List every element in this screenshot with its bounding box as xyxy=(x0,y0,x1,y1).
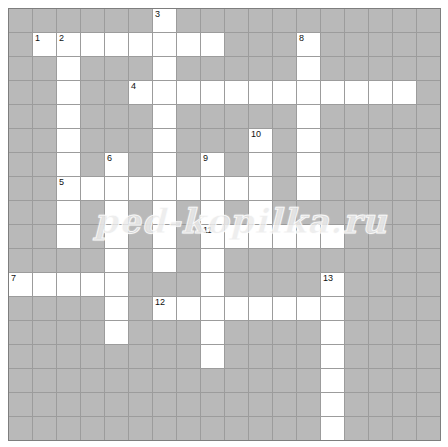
blocked-cell-r17-c6 xyxy=(129,393,152,416)
answer-cell-r13-c13[interactable] xyxy=(297,297,320,320)
blocked-cell-r4-c4 xyxy=(81,81,104,104)
answer-cell-r4-c13[interactable] xyxy=(297,81,320,104)
blocked-cell-r13-c2 xyxy=(33,297,56,320)
blocked-cell-r12-c12 xyxy=(273,273,296,296)
blocked-cell-r15-c17 xyxy=(393,345,416,368)
blocked-cell-r11-c14 xyxy=(321,249,344,272)
blocked-cell-r9-c13 xyxy=(297,201,320,224)
blocked-cell-r10-c18 xyxy=(417,225,440,248)
answer-cell-r4-c16[interactable] xyxy=(369,81,392,104)
answer-cell-r3-c13[interactable] xyxy=(297,57,320,80)
blocked-cell-r6-c15 xyxy=(345,129,368,152)
blocked-cell-r10-c15 xyxy=(345,225,368,248)
blocked-cell-r5-c11 xyxy=(249,105,272,128)
blocked-cell-r18-c7 xyxy=(153,417,176,440)
answer-cell-r12-c3[interactable] xyxy=(57,273,80,296)
blocked-cell-r8-c15 xyxy=(345,177,368,200)
answer-cell-r13-c5[interactable] xyxy=(105,297,128,320)
blocked-cell-r6-c8 xyxy=(177,129,200,152)
blocked-cell-r13-c17 xyxy=(393,297,416,320)
answer-cell-r11-c9[interactable] xyxy=(201,249,224,272)
answer-cell-r5-c7[interactable] xyxy=(153,105,176,128)
blocked-cell-r17-c18 xyxy=(417,393,440,416)
blocked-cell-r17-c9 xyxy=(201,393,224,416)
blocked-cell-r9-c10 xyxy=(225,201,248,224)
answer-cell-r8-c8[interactable] xyxy=(177,177,200,200)
blocked-cell-r16-c8 xyxy=(177,369,200,392)
blocked-cell-r14-c17 xyxy=(393,321,416,344)
answer-cell-r10-c11[interactable] xyxy=(249,225,272,248)
blocked-cell-r14-c11 xyxy=(249,321,272,344)
blocked-cell-r7-c12 xyxy=(273,153,296,176)
blocked-cell-r11-c8 xyxy=(177,249,200,272)
blocked-cell-r8-c18 xyxy=(417,177,440,200)
blocked-cell-r1-c4 xyxy=(81,9,104,32)
answer-cell-r12-c14[interactable]: 13 xyxy=(321,273,344,296)
answer-cell-r17-c14[interactable] xyxy=(321,393,344,416)
blocked-cell-r14-c10 xyxy=(225,321,248,344)
blocked-cell-r18-c18 xyxy=(417,417,440,440)
answer-cell-r12-c2[interactable] xyxy=(33,273,56,296)
blocked-cell-r15-c10 xyxy=(225,345,248,368)
blocked-cell-r15-c2 xyxy=(33,345,56,368)
blocked-cell-r16-c17 xyxy=(393,369,416,392)
answer-cell-r10-c10[interactable] xyxy=(225,225,248,248)
answer-cell-r13-c8[interactable] xyxy=(177,297,200,320)
blocked-cell-r18-c2 xyxy=(33,417,56,440)
blocked-cell-r13-c3 xyxy=(57,297,80,320)
blocked-cell-r8-c2 xyxy=(33,177,56,200)
blocked-cell-r7-c8 xyxy=(177,153,200,176)
blocked-cell-r15-c11 xyxy=(249,345,272,368)
blocked-cell-r11-c16 xyxy=(369,249,392,272)
answer-cell-r4-c17[interactable] xyxy=(393,81,416,104)
blocked-cell-r5-c1 xyxy=(9,105,32,128)
answer-cell-r14-c9[interactable] xyxy=(201,321,224,344)
blocked-cell-r3-c9 xyxy=(201,57,224,80)
blocked-cell-r6-c1 xyxy=(9,129,32,152)
answer-cell-r2-c4[interactable] xyxy=(81,33,104,56)
blocked-cell-r17-c15 xyxy=(345,393,368,416)
blocked-cell-r4-c5 xyxy=(105,81,128,104)
answer-cell-r7-c3[interactable] xyxy=(57,153,80,176)
blocked-cell-r11-c10 xyxy=(225,249,248,272)
clue-number-2: 2 xyxy=(59,33,64,44)
blocked-cell-r14-c8 xyxy=(177,321,200,344)
answer-cell-r11-c5[interactable] xyxy=(105,249,128,272)
blocked-cell-r3-c18 xyxy=(417,57,440,80)
blocked-cell-r16-c5 xyxy=(105,369,128,392)
answer-cell-r14-c14[interactable] xyxy=(321,321,344,344)
crossword-grid: 31284106951171312 xyxy=(8,8,441,441)
blocked-cell-r17-c16 xyxy=(369,393,392,416)
blocked-cell-r10-c2 xyxy=(33,225,56,248)
blocked-cell-r10-c4 xyxy=(81,225,104,248)
answer-cell-r4-c8[interactable] xyxy=(177,81,200,104)
answer-cell-r11-c7[interactable] xyxy=(153,249,176,272)
clue-number-7: 7 xyxy=(11,273,16,284)
blocked-cell-r18-c1 xyxy=(9,417,32,440)
blocked-cell-r16-c18 xyxy=(417,369,440,392)
blocked-cell-r8-c1 xyxy=(9,177,32,200)
blocked-cell-r17-c13 xyxy=(297,393,320,416)
blocked-cell-r7-c15 xyxy=(345,153,368,176)
blocked-cell-r1-c10 xyxy=(225,9,248,32)
blocked-cell-r2-c18 xyxy=(417,33,440,56)
blocked-cell-r16-c2 xyxy=(33,369,56,392)
blocked-cell-r17-c17 xyxy=(393,393,416,416)
blocked-cell-r17-c12 xyxy=(273,393,296,416)
blocked-cell-r5-c15 xyxy=(345,105,368,128)
blocked-cell-r1-c16 xyxy=(369,9,392,32)
blocked-cell-r5-c8 xyxy=(177,105,200,128)
blocked-cell-r14-c6 xyxy=(129,321,152,344)
answer-cell-r6-c13[interactable] xyxy=(297,129,320,152)
blocked-cell-r5-c14 xyxy=(321,105,344,128)
answer-cell-r10-c12[interactable] xyxy=(273,225,296,248)
blocked-cell-r13-c6 xyxy=(129,297,152,320)
blocked-cell-r3-c6 xyxy=(129,57,152,80)
blocked-cell-r2-c14 xyxy=(321,33,344,56)
blocked-cell-r18-c9 xyxy=(201,417,224,440)
blocked-cell-r2-c16 xyxy=(369,33,392,56)
answer-cell-r14-c5[interactable] xyxy=(105,321,128,344)
answer-cell-r13-c12[interactable] xyxy=(273,297,296,320)
blocked-cell-r9-c12 xyxy=(273,201,296,224)
blocked-cell-r18-c15 xyxy=(345,417,368,440)
answer-cell-r4-c11[interactable] xyxy=(249,81,272,104)
blocked-cell-r5-c9 xyxy=(201,105,224,128)
blocked-cell-r6-c4 xyxy=(81,129,104,152)
answer-cell-r8-c9[interactable] xyxy=(201,177,224,200)
answer-cell-r8-c13[interactable] xyxy=(297,177,320,200)
answer-cell-r12-c4[interactable] xyxy=(81,273,104,296)
blocked-cell-r17-c5 xyxy=(105,393,128,416)
blocked-cell-r15-c5 xyxy=(105,345,128,368)
crossword-page: 31284106951171312 ped-kopilka.ru xyxy=(0,0,448,447)
blocked-cell-r12-c15 xyxy=(345,273,368,296)
answer-cell-r12-c5[interactable] xyxy=(105,273,128,296)
blocked-cell-r8-c16 xyxy=(369,177,392,200)
blocked-cell-r16-c15 xyxy=(345,369,368,392)
blocked-cell-r12-c18 xyxy=(417,273,440,296)
blocked-cell-r11-c17 xyxy=(393,249,416,272)
answer-cell-r7-c9[interactable]: 9 xyxy=(201,153,224,176)
blocked-cell-r3-c11 xyxy=(249,57,272,80)
blocked-cell-r12-c10 xyxy=(225,273,248,296)
answer-cell-r5-c13[interactable] xyxy=(297,105,320,128)
answer-cell-r2-c3[interactable]: 2 xyxy=(57,33,80,56)
answer-cell-r4-c12[interactable] xyxy=(273,81,296,104)
answer-cell-r4-c3[interactable] xyxy=(57,81,80,104)
blocked-cell-r11-c2 xyxy=(33,249,56,272)
answer-cell-r10-c3[interactable] xyxy=(57,225,80,248)
blocked-cell-r11-c1 xyxy=(9,249,32,272)
answer-cell-r10-c5[interactable] xyxy=(105,225,128,248)
blocked-cell-r1-c12 xyxy=(273,9,296,32)
blocked-cell-r10-c6 xyxy=(129,225,152,248)
blocked-cell-r14-c3 xyxy=(57,321,80,344)
blocked-cell-r17-c2 xyxy=(33,393,56,416)
answer-cell-r3-c3[interactable] xyxy=(57,57,80,80)
answer-cell-r7-c7[interactable] xyxy=(153,153,176,176)
answer-cell-r7-c5[interactable]: 6 xyxy=(105,153,128,176)
blocked-cell-r5-c6 xyxy=(129,105,152,128)
blocked-cell-r12-c17 xyxy=(393,273,416,296)
blocked-cell-r16-c13 xyxy=(297,369,320,392)
answer-cell-r9-c3[interactable] xyxy=(57,201,80,224)
clue-number-10: 10 xyxy=(251,129,261,140)
answer-cell-r12-c1[interactable]: 7 xyxy=(9,273,32,296)
clue-number-13: 13 xyxy=(323,273,333,284)
blocked-cell-r4-c18 xyxy=(417,81,440,104)
clue-number-6: 6 xyxy=(107,153,112,164)
blocked-cell-r1-c13 xyxy=(297,9,320,32)
blocked-cell-r18-c12 xyxy=(273,417,296,440)
blocked-cell-r11-c15 xyxy=(345,249,368,272)
blocked-cell-r18-c8 xyxy=(177,417,200,440)
blocked-cell-r1-c18 xyxy=(417,9,440,32)
blocked-cell-r14-c13 xyxy=(297,321,320,344)
blocked-cell-r10-c8 xyxy=(177,225,200,248)
blocked-cell-r11-c4 xyxy=(81,249,104,272)
blocked-cell-r13-c16 xyxy=(369,297,392,320)
blocked-cell-r12-c6 xyxy=(129,273,152,296)
answer-cell-r8-c10[interactable] xyxy=(225,177,248,200)
answer-cell-r13-c11[interactable] xyxy=(249,297,272,320)
blocked-cell-r3-c8 xyxy=(177,57,200,80)
blocked-cell-r3-c15 xyxy=(345,57,368,80)
blocked-cell-r18-c13 xyxy=(297,417,320,440)
answer-cell-r13-c10[interactable] xyxy=(225,297,248,320)
blocked-cell-r13-c1 xyxy=(9,297,32,320)
clue-number-11: 11 xyxy=(203,225,212,236)
answer-cell-r16-c14[interactable] xyxy=(321,369,344,392)
blocked-cell-r2-c11 xyxy=(249,33,272,56)
blocked-cell-r5-c10 xyxy=(225,105,248,128)
answer-cell-r9-c7[interactable] xyxy=(153,201,176,224)
blocked-cell-r14-c15 xyxy=(345,321,368,344)
blocked-cell-r16-c12 xyxy=(273,369,296,392)
blocked-cell-r16-c4 xyxy=(81,369,104,392)
blocked-cell-r17-c3 xyxy=(57,393,80,416)
blocked-cell-r5-c2 xyxy=(33,105,56,128)
answer-cell-r15-c14[interactable] xyxy=(321,345,344,368)
blocked-cell-r6-c16 xyxy=(369,129,392,152)
answer-cell-r7-c13[interactable] xyxy=(297,153,320,176)
answer-cell-r13-c7[interactable]: 12 xyxy=(153,297,176,320)
blocked-cell-r11-c18 xyxy=(417,249,440,272)
blocked-cell-r7-c17 xyxy=(393,153,416,176)
answer-cell-r4-c10[interactable] xyxy=(225,81,248,104)
blocked-cell-r18-c5 xyxy=(105,417,128,440)
blocked-cell-r9-c8 xyxy=(177,201,200,224)
blocked-cell-r16-c7 xyxy=(153,369,176,392)
answer-cell-r4-c9[interactable] xyxy=(201,81,224,104)
answer-cell-r10-c7[interactable] xyxy=(153,225,176,248)
blocked-cell-r9-c14 xyxy=(321,201,344,224)
answer-cell-r6-c11[interactable]: 10 xyxy=(249,129,272,152)
answer-cell-r9-c11[interactable] xyxy=(249,201,272,224)
answer-cell-r8-c5[interactable] xyxy=(105,177,128,200)
blocked-cell-r18-c16 xyxy=(369,417,392,440)
answer-cell-r6-c7[interactable] xyxy=(153,129,176,152)
blocked-cell-r11-c11 xyxy=(249,249,272,272)
blocked-cell-r17-c10 xyxy=(225,393,248,416)
blocked-cell-r9-c15 xyxy=(345,201,368,224)
answer-cell-r2-c5[interactable] xyxy=(105,33,128,56)
answer-cell-r5-c3[interactable] xyxy=(57,105,80,128)
blocked-cell-r6-c10 xyxy=(225,129,248,152)
blocked-cell-r11-c13 xyxy=(297,249,320,272)
answer-cell-r13-c14[interactable] xyxy=(321,297,344,320)
blocked-cell-r5-c16 xyxy=(369,105,392,128)
blocked-cell-r3-c2 xyxy=(33,57,56,80)
blocked-cell-r12-c13 xyxy=(297,273,320,296)
answer-cell-r3-c7[interactable] xyxy=(153,57,176,80)
answer-cell-r8-c3[interactable]: 5 xyxy=(57,177,80,200)
blocked-cell-r12-c16 xyxy=(369,273,392,296)
answer-cell-r4-c6[interactable]: 4 xyxy=(129,81,152,104)
blocked-cell-r8-c14 xyxy=(321,177,344,200)
blocked-cell-r12-c7 xyxy=(153,273,176,296)
blocked-cell-r9-c18 xyxy=(417,201,440,224)
answer-cell-r7-c11[interactable] xyxy=(249,153,272,176)
blocked-cell-r6-c17 xyxy=(393,129,416,152)
blocked-cell-r15-c1 xyxy=(9,345,32,368)
blocked-cell-r3-c12 xyxy=(273,57,296,80)
blocked-cell-r6-c18 xyxy=(417,129,440,152)
blocked-cell-r15-c6 xyxy=(129,345,152,368)
answer-cell-r12-c9[interactable] xyxy=(201,273,224,296)
answer-cell-r2-c9[interactable] xyxy=(201,33,224,56)
blocked-cell-r5-c4 xyxy=(81,105,104,128)
blocked-cell-r17-c4 xyxy=(81,393,104,416)
blocked-cell-r5-c17 xyxy=(393,105,416,128)
answer-cell-r9-c9[interactable] xyxy=(201,201,224,224)
answer-cell-r15-c9[interactable] xyxy=(201,345,224,368)
blocked-cell-r15-c18 xyxy=(417,345,440,368)
blocked-cell-r2-c10 xyxy=(225,33,248,56)
blocked-cell-r18-c4 xyxy=(81,417,104,440)
blocked-cell-r3-c14 xyxy=(321,57,344,80)
blocked-cell-r9-c4 xyxy=(81,201,104,224)
blocked-cell-r2-c17 xyxy=(393,33,416,56)
blocked-cell-r7-c2 xyxy=(33,153,56,176)
blocked-cell-r4-c1 xyxy=(9,81,32,104)
clue-number-12: 12 xyxy=(155,297,165,308)
blocked-cell-r15-c7 xyxy=(153,345,176,368)
answer-cell-r2-c2[interactable]: 1 xyxy=(33,33,56,56)
blocked-cell-r2-c12 xyxy=(273,33,296,56)
blocked-cell-r10-c17 xyxy=(393,225,416,248)
blocked-cell-r15-c12 xyxy=(273,345,296,368)
blocked-cell-r2-c1 xyxy=(9,33,32,56)
blocked-cell-r15-c8 xyxy=(177,345,200,368)
blocked-cell-r1-c11 xyxy=(249,9,272,32)
blocked-cell-r14-c2 xyxy=(33,321,56,344)
blocked-cell-r16-c9 xyxy=(201,369,224,392)
blocked-cell-r1-c6 xyxy=(129,9,152,32)
answer-cell-r10-c9[interactable]: 11 xyxy=(201,225,224,248)
blocked-cell-r9-c17 xyxy=(393,201,416,224)
blocked-cell-r5-c5 xyxy=(105,105,128,128)
answer-cell-r9-c5[interactable] xyxy=(105,201,128,224)
blocked-cell-r7-c16 xyxy=(369,153,392,176)
answer-cell-r10-c14[interactable] xyxy=(321,225,344,248)
blocked-cell-r14-c1 xyxy=(9,321,32,344)
blocked-cell-r15-c13 xyxy=(297,345,320,368)
blocked-cell-r16-c10 xyxy=(225,369,248,392)
answer-cell-r1-c7[interactable]: 3 xyxy=(153,9,176,32)
answer-cell-r2-c6[interactable] xyxy=(129,33,152,56)
blocked-cell-r12-c11 xyxy=(249,273,272,296)
blocked-cell-r18-c17 xyxy=(393,417,416,440)
blocked-cell-r11-c3 xyxy=(57,249,80,272)
blocked-cell-r10-c16 xyxy=(369,225,392,248)
answer-cell-r13-c9[interactable] xyxy=(201,297,224,320)
blocked-cell-r6-c12 xyxy=(273,129,296,152)
blocked-cell-r15-c3 xyxy=(57,345,80,368)
clue-number-5: 5 xyxy=(59,177,64,188)
blocked-cell-r9-c1 xyxy=(9,201,32,224)
blocked-cell-r18-c11 xyxy=(249,417,272,440)
blocked-cell-r6-c6 xyxy=(129,129,152,152)
answer-cell-r8-c4[interactable] xyxy=(81,177,104,200)
answer-cell-r4-c14[interactable] xyxy=(321,81,344,104)
blocked-cell-r1-c9 xyxy=(201,9,224,32)
blocked-cell-r1-c8 xyxy=(177,9,200,32)
answer-cell-r8-c11[interactable] xyxy=(249,177,272,200)
blocked-cell-r13-c18 xyxy=(417,297,440,320)
answer-cell-r4-c7[interactable] xyxy=(153,81,176,104)
blocked-cell-r11-c6 xyxy=(129,249,152,272)
blocked-cell-r7-c14 xyxy=(321,153,344,176)
clue-number-8: 8 xyxy=(299,33,304,44)
blocked-cell-r3-c10 xyxy=(225,57,248,80)
clue-number-1: 1 xyxy=(35,33,40,44)
answer-cell-r2-c13[interactable]: 8 xyxy=(297,33,320,56)
blocked-cell-r17-c8 xyxy=(177,393,200,416)
blocked-cell-r17-c1 xyxy=(9,393,32,416)
blocked-cell-r1-c14 xyxy=(321,9,344,32)
blocked-cell-r3-c17 xyxy=(393,57,416,80)
blocked-cell-r7-c6 xyxy=(129,153,152,176)
blocked-cell-r16-c11 xyxy=(249,369,272,392)
blocked-cell-r1-c3 xyxy=(57,9,80,32)
blocked-cell-r1-c15 xyxy=(345,9,368,32)
answer-cell-r18-c14[interactable] xyxy=(321,417,344,440)
blocked-cell-r3-c4 xyxy=(81,57,104,80)
blocked-cell-r16-c6 xyxy=(129,369,152,392)
answer-cell-r2-c7[interactable] xyxy=(153,33,176,56)
blocked-cell-r15-c16 xyxy=(369,345,392,368)
answer-cell-r6-c3[interactable] xyxy=(57,129,80,152)
blocked-cell-r17-c7 xyxy=(153,393,176,416)
blocked-cell-r5-c18 xyxy=(417,105,440,128)
answer-cell-r8-c6[interactable] xyxy=(129,177,152,200)
blocked-cell-r6-c14 xyxy=(321,129,344,152)
blocked-cell-r1-c1 xyxy=(9,9,32,32)
answer-cell-r2-c8[interactable] xyxy=(177,33,200,56)
blocked-cell-r6-c9 xyxy=(201,129,224,152)
clue-number-3: 3 xyxy=(155,9,160,20)
blocked-cell-r14-c4 xyxy=(81,321,104,344)
answer-cell-r8-c7[interactable] xyxy=(153,177,176,200)
answer-cell-r4-c15[interactable] xyxy=(345,81,368,104)
answer-cell-r10-c13[interactable] xyxy=(297,225,320,248)
blocked-cell-r16-c3 xyxy=(57,369,80,392)
